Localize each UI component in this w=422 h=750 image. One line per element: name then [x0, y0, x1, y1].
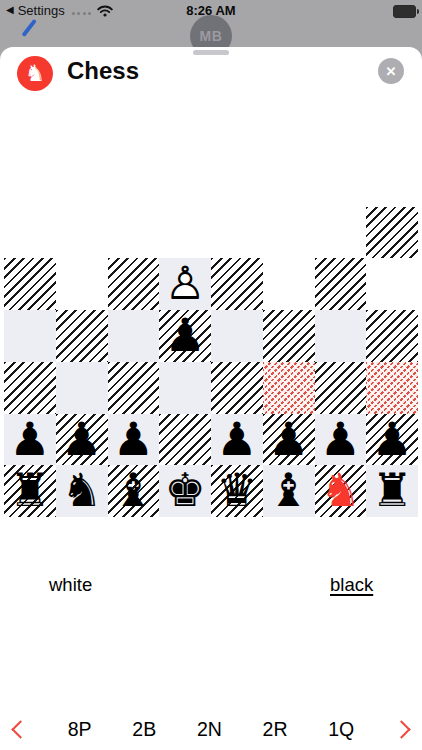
square-h3[interactable]	[4, 207, 56, 259]
count-2R: 2R	[263, 718, 288, 741]
sheet-grabber[interactable]	[193, 50, 229, 55]
app-title: Chess	[67, 57, 139, 85]
square-d5[interactable]	[211, 310, 263, 362]
black-pawn: ♟	[211, 414, 263, 466]
square-f5[interactable]	[108, 310, 160, 362]
square-c5[interactable]	[263, 310, 315, 362]
black-player-label[interactable]: black	[330, 574, 373, 596]
square-b3[interactable]	[315, 207, 367, 259]
square-a6[interactable]	[366, 362, 418, 414]
square-b4[interactable]	[315, 258, 367, 310]
square-c3[interactable]	[263, 207, 315, 259]
square-c1[interactable]	[263, 103, 315, 155]
square-d6[interactable]	[211, 362, 263, 414]
black-king: ♚	[159, 465, 211, 517]
square-d4[interactable]	[211, 258, 263, 310]
battery-icon	[393, 5, 416, 18]
piece-count-pager: 8P2B2N2R1Q	[0, 713, 422, 745]
square-h8[interactable]: ♜	[4, 465, 56, 517]
black-bishop: ♝	[108, 465, 160, 517]
square-e2[interactable]	[159, 155, 211, 207]
count-2N: 2N	[197, 718, 222, 741]
square-g8[interactable]: ♞	[56, 465, 108, 517]
square-g5[interactable]	[56, 310, 108, 362]
square-b5[interactable]	[315, 310, 367, 362]
black-knight: ♞	[56, 465, 108, 517]
square-b6[interactable]	[315, 362, 367, 414]
square-a4[interactable]	[366, 258, 418, 310]
square-e4[interactable]: ♟♙	[159, 258, 211, 310]
black-knight-selected: ♞	[315, 465, 367, 517]
square-d1[interactable]	[211, 103, 263, 155]
black-rook: ♜	[4, 465, 56, 517]
close-button[interactable]: ✕	[378, 58, 404, 84]
square-f1[interactable]	[108, 103, 160, 155]
black-pawn: ♟	[263, 414, 315, 466]
square-f7[interactable]: ♟	[108, 414, 160, 466]
square-c4[interactable]	[263, 258, 315, 310]
knight-icon: ♞	[25, 56, 46, 91]
compose-pencil-icon	[21, 19, 36, 37]
square-f4[interactable]	[108, 258, 160, 310]
white-player-label[interactable]: white	[49, 574, 92, 596]
square-g4[interactable]	[56, 258, 108, 310]
chess-app-icon: ♞	[17, 56, 53, 91]
square-b1[interactable]	[315, 103, 367, 155]
chevron-right-icon[interactable]	[392, 720, 410, 738]
square-e5[interactable]: ♟	[159, 310, 211, 362]
square-f8[interactable]: ♝	[108, 465, 160, 517]
square-a7[interactable]: ♟	[366, 414, 418, 466]
square-c2[interactable]	[263, 155, 315, 207]
chevron-left-icon[interactable]	[11, 720, 29, 738]
square-f3[interactable]	[108, 207, 160, 259]
black-pawn: ♟	[159, 310, 211, 362]
square-d7[interactable]: ♟	[211, 414, 263, 466]
black-pawn: ♟	[56, 414, 108, 466]
chess-app-sheet: ♞ Chess ✕ ♟♙♟♟♟♟♟♟♟♟♜♞♝♚♛♝♞♜ white black…	[0, 47, 422, 750]
square-d2[interactable]	[211, 155, 263, 207]
square-d8[interactable]: ♛	[211, 465, 263, 517]
square-h6[interactable]	[4, 362, 56, 414]
square-h7[interactable]: ♟	[4, 414, 56, 466]
square-b2[interactable]	[315, 155, 367, 207]
square-e6[interactable]	[159, 362, 211, 414]
square-h4[interactable]	[4, 258, 56, 310]
black-bishop: ♝	[263, 465, 315, 517]
square-h2[interactable]	[4, 155, 56, 207]
square-e8[interactable]: ♚	[159, 465, 211, 517]
white-pawn: ♟♙	[159, 258, 211, 310]
square-g1[interactable]	[56, 103, 108, 155]
black-rook: ♜	[366, 465, 418, 517]
square-e3[interactable]	[159, 207, 211, 259]
count-8P: 8P	[68, 718, 92, 741]
square-a3[interactable]	[366, 207, 418, 259]
square-h5[interactable]	[4, 310, 56, 362]
square-c7[interactable]: ♟	[263, 414, 315, 466]
square-h1[interactable]	[4, 103, 56, 155]
chess-board: ♟♙♟♟♟♟♟♟♟♟♜♞♝♚♛♝♞♜	[4, 103, 418, 517]
black-queen: ♛	[211, 465, 263, 517]
screen: ◀ Settings 8:26 AM MB ♞ Chess ✕ ♟♙♟♟♟♟♟♟…	[0, 0, 422, 750]
square-e1[interactable]	[159, 103, 211, 155]
count-1Q: 1Q	[328, 718, 354, 741]
black-pawn: ♟	[366, 414, 418, 466]
count-2B: 2B	[132, 718, 156, 741]
square-a8[interactable]: ♜	[366, 465, 418, 517]
black-pawn: ♟	[4, 414, 56, 466]
square-a2[interactable]	[366, 155, 418, 207]
black-pawn: ♟	[315, 414, 367, 466]
square-f2[interactable]	[108, 155, 160, 207]
square-f6[interactable]	[108, 362, 160, 414]
black-pawn: ♟	[108, 414, 160, 466]
square-g2[interactable]	[56, 155, 108, 207]
square-d3[interactable]	[211, 207, 263, 259]
square-g6[interactable]	[56, 362, 108, 414]
square-b7[interactable]: ♟	[315, 414, 367, 466]
square-a1[interactable]	[366, 103, 418, 155]
square-g7[interactable]: ♟	[56, 414, 108, 466]
square-b8[interactable]: ♞	[315, 465, 367, 517]
square-g3[interactable]	[56, 207, 108, 259]
square-c6[interactable]	[263, 362, 315, 414]
square-a5[interactable]	[366, 310, 418, 362]
square-e7[interactable]	[159, 414, 211, 466]
square-c8[interactable]: ♝	[263, 465, 315, 517]
